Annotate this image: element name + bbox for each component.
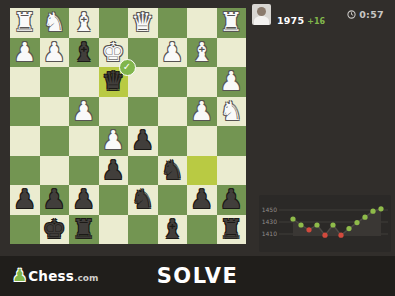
avatar-head: [257, 7, 266, 16]
square[interactable]: ♟: [10, 38, 40, 68]
square[interactable]: [128, 97, 158, 127]
piece-wP[interactable]: ♟: [10, 38, 40, 68]
piece-wP[interactable]: ♟: [99, 126, 129, 156]
square[interactable]: ♟: [187, 97, 217, 127]
square[interactable]: ♚: [40, 215, 70, 245]
clock-icon: [347, 10, 356, 19]
square[interactable]: ♟: [187, 185, 217, 215]
square[interactable]: ♞: [40, 8, 70, 38]
square[interactable]: ♟: [99, 126, 129, 156]
piece-bB[interactable]: ♝: [69, 38, 99, 68]
square[interactable]: ♜: [69, 215, 99, 245]
piece-bP[interactable]: ♟: [217, 185, 247, 215]
square[interactable]: ♞: [128, 185, 158, 215]
square[interactable]: [187, 8, 217, 38]
piece-wR[interactable]: ♜: [10, 8, 40, 38]
square[interactable]: ♟: [40, 185, 70, 215]
puzzle-correct-dot: [354, 220, 359, 225]
square[interactable]: ♝: [69, 8, 99, 38]
square[interactable]: ♝: [69, 38, 99, 68]
square[interactable]: [128, 156, 158, 186]
piece-wN[interactable]: ♞: [217, 97, 247, 127]
y-tick-label: 1410: [262, 230, 277, 237]
piece-wP[interactable]: ♟: [69, 97, 99, 127]
square[interactable]: [217, 156, 247, 186]
square[interactable]: ♝: [187, 38, 217, 68]
square[interactable]: ♟: [217, 67, 247, 97]
piece-wP[interactable]: ♟: [187, 97, 217, 127]
y-tick-label: 1430: [262, 218, 277, 225]
avatar: [252, 4, 271, 25]
avatar-torso: [254, 16, 269, 25]
puzzle-correct-dot: [378, 206, 383, 211]
square[interactable]: ♝: [158, 215, 188, 245]
piece-bN[interactable]: ♞: [158, 156, 188, 186]
square[interactable]: [99, 185, 129, 215]
square[interactable]: [40, 97, 70, 127]
square[interactable]: [99, 8, 129, 38]
square[interactable]: ♟: [99, 156, 129, 186]
piece-bB[interactable]: ♝: [158, 215, 188, 245]
piece-wR[interactable]: ♜: [217, 8, 247, 38]
square[interactable]: [69, 156, 99, 186]
square[interactable]: ♞: [217, 97, 247, 127]
puzzle-correct-dot: [290, 216, 295, 221]
rating-row: 1975+16: [277, 9, 325, 28]
chesscom-logo[interactable]: ♟Chess.com: [12, 264, 98, 286]
square[interactable]: ♜: [10, 8, 40, 38]
square[interactable]: [40, 67, 70, 97]
square[interactable]: [187, 156, 217, 186]
piece-wQ[interactable]: ♛: [128, 8, 158, 38]
piece-bP[interactable]: ♟: [187, 185, 217, 215]
square[interactable]: [10, 97, 40, 127]
square[interactable]: ♟: [158, 38, 188, 68]
rating-chart: 145014301410: [259, 195, 391, 252]
square[interactable]: ♟: [40, 38, 70, 68]
square[interactable]: [40, 126, 70, 156]
square[interactable]: ♜: [217, 8, 247, 38]
timer-row: 0:57: [347, 9, 384, 20]
piece-wB[interactable]: ♝: [69, 8, 99, 38]
piece-bR[interactable]: ♜: [69, 215, 99, 245]
bottom-bar: SOLVE ♟Chess.com: [0, 256, 395, 296]
puzzle-board[interactable]: ♜♞♝♛♜♟♟♝♚♟♝♛♟♟♟♞♟♟♟♞♟♟♟♞♟♟♚♜♝♜ ✓: [10, 8, 246, 244]
square[interactable]: [187, 215, 217, 245]
puzzle-correct-dot: [370, 209, 375, 214]
puzzle-header: 1975+16 0:57: [250, 0, 395, 30]
chess-board[interactable]: ♜♞♝♛♜♟♟♝♚♟♝♛♟♟♟♞♟♟♟♞♟♟♟♞♟♟♚♜♝♜: [10, 8, 246, 244]
square[interactable]: [10, 156, 40, 186]
square[interactable]: [158, 8, 188, 38]
puzzle-incorrect-dot: [322, 233, 327, 238]
square[interactable]: ♞: [158, 156, 188, 186]
square[interactable]: [10, 215, 40, 245]
puzzle-correct-dot: [298, 222, 303, 227]
puzzle-incorrect-dot: [338, 233, 343, 238]
timer-text: 0:57: [359, 9, 384, 20]
square[interactable]: ♟: [69, 185, 99, 215]
square[interactable]: [158, 67, 188, 97]
square[interactable]: ♜: [217, 215, 247, 245]
square[interactable]: [99, 215, 129, 245]
square[interactable]: [158, 97, 188, 127]
square[interactable]: [40, 156, 70, 186]
square[interactable]: ♟: [69, 97, 99, 127]
square[interactable]: ♟: [10, 185, 40, 215]
square[interactable]: [158, 126, 188, 156]
puzzle-incorrect-dot: [306, 227, 311, 232]
square[interactable]: [217, 38, 247, 68]
puzzle-rating: 1975: [277, 15, 304, 26]
piece-wB[interactable]: ♝: [187, 38, 217, 68]
square[interactable]: [69, 126, 99, 156]
square[interactable]: [10, 126, 40, 156]
pawn-icon: ♟: [12, 264, 27, 286]
piece-wN[interactable]: ♞: [40, 8, 70, 38]
piece-wP[interactable]: ♟: [158, 38, 188, 68]
y-tick-label: 1450: [262, 206, 277, 213]
rating-delta: +16: [307, 17, 325, 26]
square[interactable]: [187, 67, 217, 97]
piece-wP[interactable]: ♟: [40, 38, 70, 68]
piece-bP[interactable]: ♟: [69, 185, 99, 215]
square[interactable]: [99, 97, 129, 127]
square[interactable]: [10, 67, 40, 97]
square[interactable]: ♛: [128, 8, 158, 38]
square[interactable]: [128, 215, 158, 245]
piece-bR[interactable]: ♜: [217, 215, 247, 245]
logo-tld: .com: [74, 273, 98, 283]
piece-bP[interactable]: ♟: [99, 156, 129, 186]
logo-text: Chess: [28, 268, 74, 284]
piece-bN[interactable]: ♞: [128, 185, 158, 215]
piece-bK[interactable]: ♚: [40, 215, 70, 245]
square[interactable]: [187, 126, 217, 156]
puzzle-correct-dot: [330, 222, 335, 227]
puzzle-correct-dot: [314, 222, 319, 227]
square[interactable]: ♟: [128, 126, 158, 156]
puzzle-correct-dot: [362, 215, 367, 220]
square[interactable]: [69, 67, 99, 97]
piece-bP[interactable]: ♟: [10, 185, 40, 215]
piece-bP[interactable]: ♟: [128, 126, 158, 156]
square[interactable]: ♟: [217, 185, 247, 215]
puzzle-correct-dot: [346, 226, 351, 231]
rating-chart-card: 145014301410: [259, 195, 391, 252]
piece-bP[interactable]: ♟: [40, 185, 70, 215]
square[interactable]: [217, 126, 247, 156]
square[interactable]: [158, 185, 188, 215]
correct-move-check-icon: ✓: [119, 59, 136, 76]
piece-wP[interactable]: ♟: [217, 67, 247, 97]
